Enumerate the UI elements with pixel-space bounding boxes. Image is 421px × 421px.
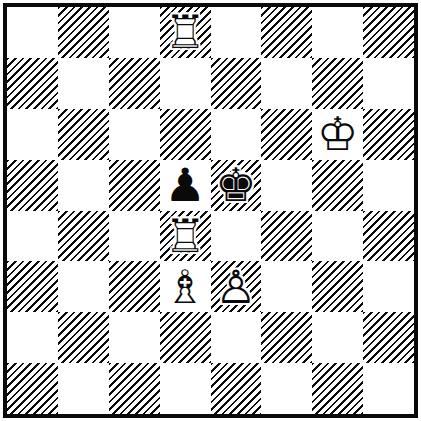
square-g6[interactable]: ♚♔: [312, 109, 363, 160]
square-a6[interactable]: [7, 109, 58, 160]
square-b2[interactable]: [58, 312, 109, 363]
black-pawn-glyph: ♟: [160, 160, 211, 211]
square-h5[interactable]: [363, 160, 414, 211]
square-f8[interactable]: [261, 7, 312, 58]
square-h3[interactable]: [363, 261, 414, 312]
square-g1[interactable]: [312, 363, 363, 414]
square-h2[interactable]: [363, 312, 414, 363]
square-b6[interactable]: [58, 109, 109, 160]
square-d5[interactable]: ♟♟: [160, 160, 211, 211]
square-h4[interactable]: [363, 211, 414, 262]
square-c6[interactable]: [109, 109, 160, 160]
square-g8[interactable]: [312, 7, 363, 58]
square-g2[interactable]: [312, 312, 363, 363]
square-b7[interactable]: [58, 58, 109, 109]
white-pawn: ♟♙: [211, 261, 262, 312]
white-rook-glyph: ♖: [160, 7, 211, 58]
black-king: ♚♚: [211, 160, 262, 211]
square-f6[interactable]: [261, 109, 312, 160]
square-a1[interactable]: [7, 363, 58, 414]
square-d3[interactable]: ♝♗: [160, 261, 211, 312]
white-bishop-glyph: ♗: [160, 261, 211, 312]
square-a8[interactable]: [7, 7, 58, 58]
square-e8[interactable]: [211, 7, 262, 58]
square-c4[interactable]: [109, 211, 160, 262]
black-pawn: ♟♟: [160, 160, 211, 211]
square-a7[interactable]: [7, 58, 58, 109]
square-f5[interactable]: [261, 160, 312, 211]
square-a2[interactable]: [7, 312, 58, 363]
square-c3[interactable]: [109, 261, 160, 312]
square-c2[interactable]: [109, 312, 160, 363]
white-rook: ♜♖: [160, 211, 211, 262]
square-f2[interactable]: [261, 312, 312, 363]
square-a3[interactable]: [7, 261, 58, 312]
white-king: ♚♔: [312, 109, 363, 160]
square-g5[interactable]: [312, 160, 363, 211]
square-d7[interactable]: [160, 58, 211, 109]
square-c8[interactable]: [109, 7, 160, 58]
white-pawn-glyph: ♙: [211, 261, 262, 312]
square-b5[interactable]: [58, 160, 109, 211]
square-d8[interactable]: ♜♖: [160, 7, 211, 58]
square-e7[interactable]: [211, 58, 262, 109]
square-f4[interactable]: [261, 211, 312, 262]
white-rook-glyph: ♖: [160, 211, 211, 262]
square-d4[interactable]: ♜♖: [160, 211, 211, 262]
chess-diagram: ♜♖♚♔♟♟♚♚♜♖♝♗♟♙: [0, 0, 421, 421]
square-c7[interactable]: [109, 58, 160, 109]
square-f1[interactable]: [261, 363, 312, 414]
square-c5[interactable]: [109, 160, 160, 211]
square-e2[interactable]: [211, 312, 262, 363]
square-a4[interactable]: [7, 211, 58, 262]
square-f3[interactable]: [261, 261, 312, 312]
square-b1[interactable]: [58, 363, 109, 414]
board-border: ♜♖♚♔♟♟♚♚♜♖♝♗♟♙: [3, 3, 418, 418]
white-bishop: ♝♗: [160, 261, 211, 312]
black-king-glyph: ♚: [211, 160, 262, 211]
square-g7[interactable]: [312, 58, 363, 109]
white-rook: ♜♖: [160, 7, 211, 58]
square-d6[interactable]: [160, 109, 211, 160]
square-e6[interactable]: [211, 109, 262, 160]
square-h8[interactable]: [363, 7, 414, 58]
square-e5[interactable]: ♚♚: [211, 160, 262, 211]
white-king-glyph: ♔: [312, 109, 363, 160]
square-d2[interactable]: [160, 312, 211, 363]
square-c1[interactable]: [109, 363, 160, 414]
square-f7[interactable]: [261, 58, 312, 109]
square-h1[interactable]: [363, 363, 414, 414]
chess-board: ♜♖♚♔♟♟♚♚♜♖♝♗♟♙: [7, 7, 414, 414]
square-d1[interactable]: [160, 363, 211, 414]
square-h6[interactable]: [363, 109, 414, 160]
square-b8[interactable]: [58, 7, 109, 58]
square-e4[interactable]: [211, 211, 262, 262]
square-a5[interactable]: [7, 160, 58, 211]
square-b4[interactable]: [58, 211, 109, 262]
square-h7[interactable]: [363, 58, 414, 109]
square-g4[interactable]: [312, 211, 363, 262]
square-b3[interactable]: [58, 261, 109, 312]
square-e1[interactable]: [211, 363, 262, 414]
square-g3[interactable]: [312, 261, 363, 312]
square-e3[interactable]: ♟♙: [211, 261, 262, 312]
